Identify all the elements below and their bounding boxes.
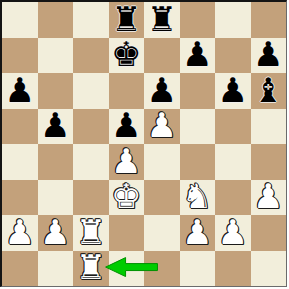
piece-black-pawn-d5[interactable]: ♟ bbox=[111, 109, 141, 143]
chess-board-grid: ♜♜♚♟♟♟♟♟♝♟♟♟♟♚♞♟♟♟♜♟♟♜ bbox=[2, 2, 286, 286]
square-f4[interactable] bbox=[180, 144, 216, 180]
square-f8[interactable] bbox=[180, 2, 216, 38]
piece-black-rook-d8[interactable]: ♜ bbox=[111, 2, 141, 36]
square-e5[interactable]: ♟ bbox=[144, 109, 180, 145]
square-c4[interactable] bbox=[73, 144, 109, 180]
piece-white-knight-f3[interactable]: ♞ bbox=[182, 180, 212, 214]
square-e8[interactable]: ♜ bbox=[144, 2, 180, 38]
square-c3[interactable] bbox=[73, 180, 109, 216]
square-e3[interactable] bbox=[144, 180, 180, 216]
piece-black-king-d7[interactable]: ♚ bbox=[111, 38, 141, 72]
piece-black-pawn-b5[interactable]: ♟ bbox=[40, 109, 70, 143]
square-h8[interactable] bbox=[251, 2, 287, 38]
square-c2[interactable]: ♜ bbox=[73, 215, 109, 251]
piece-black-pawn-g6[interactable]: ♟ bbox=[218, 73, 248, 107]
square-d5[interactable]: ♟ bbox=[109, 109, 145, 145]
square-b6[interactable] bbox=[38, 73, 74, 109]
square-g8[interactable] bbox=[215, 2, 251, 38]
square-g3[interactable] bbox=[215, 180, 251, 216]
square-h2[interactable] bbox=[251, 215, 287, 251]
square-b1[interactable] bbox=[38, 251, 74, 287]
square-b7[interactable] bbox=[38, 38, 74, 74]
chess-board: ♜♜♚♟♟♟♟♟♝♟♟♟♟♚♞♟♟♟♜♟♟♜ bbox=[0, 0, 287, 287]
square-g6[interactable]: ♟ bbox=[215, 73, 251, 109]
square-f1[interactable] bbox=[180, 251, 216, 287]
square-h1[interactable] bbox=[251, 251, 287, 287]
square-e4[interactable] bbox=[144, 144, 180, 180]
square-g5[interactable] bbox=[215, 109, 251, 145]
square-d6[interactable] bbox=[109, 73, 145, 109]
square-f6[interactable] bbox=[180, 73, 216, 109]
square-h7[interactable]: ♟ bbox=[251, 38, 287, 74]
square-d1[interactable] bbox=[109, 251, 145, 287]
square-f3[interactable]: ♞ bbox=[180, 180, 216, 216]
square-g2[interactable]: ♟ bbox=[215, 215, 251, 251]
square-a2[interactable]: ♟ bbox=[2, 215, 38, 251]
piece-white-pawn-h3[interactable]: ♟ bbox=[253, 180, 283, 214]
square-c5[interactable] bbox=[73, 109, 109, 145]
square-d4[interactable]: ♟ bbox=[109, 144, 145, 180]
piece-white-pawn-a2[interactable]: ♟ bbox=[5, 215, 35, 249]
piece-white-pawn-f2[interactable]: ♟ bbox=[182, 215, 212, 249]
square-e1[interactable] bbox=[144, 251, 180, 287]
square-h4[interactable] bbox=[251, 144, 287, 180]
square-c7[interactable] bbox=[73, 38, 109, 74]
square-e7[interactable] bbox=[144, 38, 180, 74]
square-a4[interactable] bbox=[2, 144, 38, 180]
square-d3[interactable]: ♚ bbox=[109, 180, 145, 216]
square-f7[interactable]: ♟ bbox=[180, 38, 216, 74]
square-b2[interactable]: ♟ bbox=[38, 215, 74, 251]
piece-black-pawn-a6[interactable]: ♟ bbox=[5, 73, 35, 107]
square-a8[interactable] bbox=[2, 2, 38, 38]
piece-white-rook-c2[interactable]: ♜ bbox=[76, 215, 106, 249]
square-b8[interactable] bbox=[38, 2, 74, 38]
square-g1[interactable] bbox=[215, 251, 251, 287]
square-f2[interactable]: ♟ bbox=[180, 215, 216, 251]
piece-white-pawn-d4[interactable]: ♟ bbox=[111, 144, 141, 178]
square-h3[interactable]: ♟ bbox=[251, 180, 287, 216]
square-h6[interactable]: ♝ bbox=[251, 73, 287, 109]
square-g4[interactable] bbox=[215, 144, 251, 180]
square-f5[interactable] bbox=[180, 109, 216, 145]
piece-black-bishop-h6[interactable]: ♝ bbox=[253, 73, 283, 107]
piece-black-pawn-e6[interactable]: ♟ bbox=[147, 73, 177, 107]
piece-white-pawn-b2[interactable]: ♟ bbox=[40, 215, 70, 249]
square-g7[interactable] bbox=[215, 38, 251, 74]
piece-black-pawn-h7[interactable]: ♟ bbox=[253, 38, 283, 72]
square-d2[interactable] bbox=[109, 215, 145, 251]
square-d7[interactable]: ♚ bbox=[109, 38, 145, 74]
piece-black-rook-e8[interactable]: ♜ bbox=[147, 2, 177, 36]
square-a3[interactable] bbox=[2, 180, 38, 216]
square-e6[interactable]: ♟ bbox=[144, 73, 180, 109]
piece-black-pawn-f7[interactable]: ♟ bbox=[182, 38, 212, 72]
square-a1[interactable] bbox=[2, 251, 38, 287]
square-c6[interactable] bbox=[73, 73, 109, 109]
square-c1[interactable]: ♜ bbox=[73, 251, 109, 287]
square-a6[interactable]: ♟ bbox=[2, 73, 38, 109]
square-c8[interactable] bbox=[73, 2, 109, 38]
piece-white-pawn-e5[interactable]: ♟ bbox=[147, 109, 177, 143]
square-b5[interactable]: ♟ bbox=[38, 109, 74, 145]
square-d8[interactable]: ♜ bbox=[109, 2, 145, 38]
square-a7[interactable] bbox=[2, 38, 38, 74]
square-a5[interactable] bbox=[2, 109, 38, 145]
square-e2[interactable] bbox=[144, 215, 180, 251]
piece-white-rook-c1[interactable]: ♜ bbox=[76, 251, 106, 285]
square-b3[interactable] bbox=[38, 180, 74, 216]
square-b4[interactable] bbox=[38, 144, 74, 180]
piece-white-pawn-g2[interactable]: ♟ bbox=[218, 215, 248, 249]
square-h5[interactable] bbox=[251, 109, 287, 145]
piece-white-king-d3[interactable]: ♚ bbox=[111, 180, 141, 214]
